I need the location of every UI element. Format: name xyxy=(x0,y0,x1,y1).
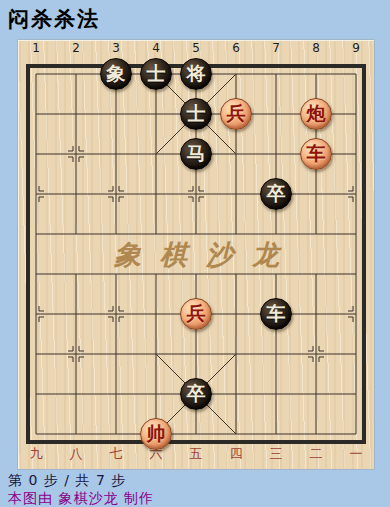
piece-black-elephant[interactable]: 象 xyxy=(100,58,132,90)
file-label-bottom-1: 九 xyxy=(30,447,43,461)
file-label-bottom-6: 四 xyxy=(230,447,243,461)
piece-red-pawn[interactable]: 兵 xyxy=(180,298,212,330)
piece-red-chariot[interactable]: 车 xyxy=(300,138,332,170)
piece-black-general[interactable]: 将 xyxy=(180,58,212,90)
file-label-top-6: 6 xyxy=(232,41,240,55)
file-label-top-7: 7 xyxy=(272,41,280,55)
xiangqi-board[interactable]: 象棋沙龙 123456789 九八七六五四三二一 象士将士兵炮马车卒兵车卒帅 xyxy=(18,40,374,469)
piece-black-advisor[interactable]: 士 xyxy=(180,98,212,130)
file-label-bottom-7: 三 xyxy=(270,447,283,461)
file-label-bottom-2: 八 xyxy=(70,447,83,461)
file-label-top-3: 3 xyxy=(112,41,120,55)
piece-black-advisor[interactable]: 士 xyxy=(140,58,172,90)
file-label-bottom-3: 七 xyxy=(110,447,123,461)
page-title: 闷杀杀法 xyxy=(8,5,100,33)
piece-black-chariot[interactable]: 车 xyxy=(260,298,292,330)
file-label-top-9: 9 xyxy=(352,41,360,55)
file-label-top-2: 2 xyxy=(72,41,80,55)
file-label-bottom-9: 一 xyxy=(350,447,363,461)
move-counter: 第 0 步 / 共 7 步 xyxy=(8,472,126,490)
piece-black-horse[interactable]: 马 xyxy=(180,138,212,170)
file-label-top-4: 4 xyxy=(152,41,160,55)
piece-black-pawn[interactable]: 卒 xyxy=(260,178,292,210)
file-label-top-1: 1 xyxy=(32,41,40,55)
piece-red-pawn[interactable]: 兵 xyxy=(220,98,252,130)
file-label-bottom-8: 二 xyxy=(310,447,323,461)
file-label-bottom-5: 五 xyxy=(190,447,203,461)
credit-line: 本图由 象棋沙龙 制作 xyxy=(8,490,154,507)
piece-black-pawn[interactable]: 卒 xyxy=(180,378,212,410)
file-label-top-5: 5 xyxy=(192,41,200,55)
piece-red-cannon[interactable]: 炮 xyxy=(300,98,332,130)
xiangqi-viewer: 闷杀杀法 象棋沙龙 123456789 九八七六五四三二一 象士将士兵炮马车卒兵… xyxy=(0,0,390,507)
piece-red-general[interactable]: 帅 xyxy=(140,418,172,450)
file-label-top-8: 8 xyxy=(312,41,320,55)
